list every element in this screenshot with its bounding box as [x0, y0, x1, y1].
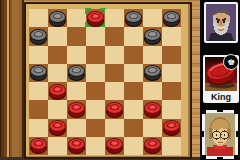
square-r5c3[interactable] — [67, 82, 86, 100]
black-piece[interactable] — [30, 65, 47, 80]
square-r4c2[interactable] — [48, 64, 67, 82]
player-avatar — [205, 113, 235, 156]
opponent-portrait — [204, 2, 238, 43]
square-r8c6[interactable] — [124, 137, 143, 155]
square-r8c7[interactable] — [143, 137, 162, 155]
side-panel: ♚ King — [200, 0, 240, 160]
frame-notch — [201, 131, 204, 137]
square-r6c1[interactable] — [29, 100, 48, 118]
square-r3c8[interactable] — [162, 46, 181, 64]
opponent-avatar — [206, 4, 236, 41]
red-piece[interactable] — [144, 138, 161, 153]
square-r3c1[interactable] — [29, 46, 48, 64]
king-announcement-card: ♚ King — [203, 55, 239, 103]
square-r2c6[interactable] — [124, 27, 143, 45]
square-r4c1[interactable] — [29, 64, 48, 82]
red-piece[interactable] — [49, 84, 66, 99]
square-r2c2[interactable] — [48, 27, 67, 45]
square-r5c7[interactable] — [143, 82, 162, 100]
square-r4c8[interactable] — [162, 64, 181, 82]
black-piece[interactable] — [163, 11, 180, 26]
table-plank-seam — [10, 0, 24, 160]
square-r4c5[interactable] — [105, 64, 124, 82]
checkers-board — [24, 2, 192, 159]
black-piece[interactable] — [125, 11, 142, 26]
square-r3c3[interactable] — [67, 46, 86, 64]
square-r7c5[interactable] — [105, 119, 124, 137]
square-r7c1[interactable] — [29, 119, 48, 137]
square-r5c8[interactable] — [162, 82, 181, 100]
square-r3c4[interactable] — [86, 46, 105, 64]
square-r4c4[interactable] — [86, 64, 105, 82]
square-r3c7[interactable] — [143, 46, 162, 64]
square-r8c5[interactable] — [105, 137, 124, 155]
square-r3c2[interactable] — [48, 46, 67, 64]
king-label: King — [203, 91, 239, 103]
square-r7c2[interactable] — [48, 119, 67, 137]
red-piece[interactable] — [87, 11, 104, 26]
crown-icon: ♚ — [227, 57, 235, 67]
square-r3c5[interactable] — [105, 46, 124, 64]
square-r5c2[interactable] — [48, 82, 67, 100]
table-plank-left — [0, 0, 10, 160]
square-r2c3[interactable] — [67, 27, 86, 45]
square-r8c4[interactable] — [86, 137, 105, 155]
frame-notch — [217, 109, 223, 112]
square-r1c4[interactable] — [86, 9, 105, 27]
square-r2c4[interactable] — [86, 27, 105, 45]
red-piece[interactable] — [144, 102, 161, 117]
square-r1c8[interactable] — [162, 9, 181, 27]
square-r1c6[interactable] — [124, 9, 143, 27]
square-r6c6[interactable] — [124, 100, 143, 118]
square-r5c5[interactable] — [105, 82, 124, 100]
black-piece[interactable] — [144, 29, 161, 44]
red-piece[interactable] — [30, 138, 47, 153]
game-screen: ♚ King — [0, 0, 240, 160]
square-r8c8[interactable] — [162, 137, 181, 155]
square-r6c4[interactable] — [86, 100, 105, 118]
red-piece[interactable] — [106, 138, 123, 153]
square-r5c1[interactable] — [29, 82, 48, 100]
black-piece[interactable] — [144, 65, 161, 80]
square-r8c1[interactable] — [29, 137, 48, 155]
red-piece[interactable] — [49, 120, 66, 135]
square-r5c4[interactable] — [86, 82, 105, 100]
player-portrait — [202, 110, 238, 159]
square-r6c2[interactable] — [48, 100, 67, 118]
square-r6c7[interactable] — [143, 100, 162, 118]
square-r1c5[interactable] — [105, 9, 124, 27]
frame-notch — [236, 131, 239, 137]
square-r3c6[interactable] — [124, 46, 143, 64]
square-r1c7[interactable] — [143, 9, 162, 27]
square-r7c6[interactable] — [124, 119, 143, 137]
square-r1c3[interactable] — [67, 9, 86, 27]
square-r4c3[interactable] — [67, 64, 86, 82]
frame-notch — [234, 155, 239, 160]
square-r8c3[interactable] — [67, 137, 86, 155]
frame-notch — [201, 109, 206, 114]
red-piece[interactable] — [68, 102, 85, 117]
square-r4c6[interactable] — [124, 64, 143, 82]
square-r7c8[interactable] — [162, 119, 181, 137]
red-piece[interactable] — [68, 138, 85, 153]
board-grid — [29, 9, 181, 155]
square-r7c4[interactable] — [86, 119, 105, 137]
black-piece[interactable] — [49, 11, 66, 26]
crown-badge: ♚ — [223, 54, 239, 70]
square-r4c7[interactable] — [143, 64, 162, 82]
square-r2c5[interactable] — [105, 27, 124, 45]
black-piece[interactable] — [68, 65, 85, 80]
square-r5c6[interactable] — [124, 82, 143, 100]
square-r6c8[interactable] — [162, 100, 181, 118]
square-r2c7[interactable] — [143, 27, 162, 45]
square-r8c2[interactable] — [48, 137, 67, 155]
square-r2c8[interactable] — [162, 27, 181, 45]
square-r7c7[interactable] — [143, 119, 162, 137]
square-r1c1[interactable] — [29, 9, 48, 27]
square-r1c2[interactable] — [48, 9, 67, 27]
square-r7c3[interactable] — [67, 119, 86, 137]
frame-notch — [201, 155, 206, 160]
black-piece[interactable] — [30, 29, 47, 44]
square-r6c5[interactable] — [105, 100, 124, 118]
red-piece[interactable] — [106, 102, 123, 117]
frame-notch — [234, 109, 239, 114]
red-piece[interactable] — [163, 120, 180, 135]
frame-notch — [217, 157, 223, 160]
square-r2c1[interactable] — [29, 27, 48, 45]
square-r6c3[interactable] — [67, 100, 86, 118]
